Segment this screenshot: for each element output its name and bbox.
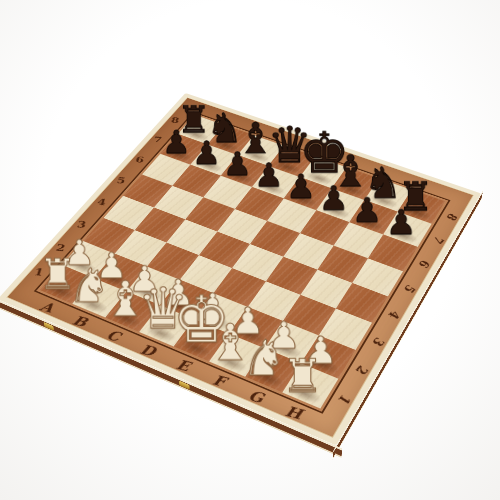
chess-board: ABCDEFGH 87654321 87654321 ♜♞♝♛♚♝♞♜♟♟♟♟♟…	[0, 93, 481, 446]
black-pawn[interactable]: ♟	[220, 148, 255, 180]
black-pawn[interactable]: ♟	[349, 193, 386, 227]
white-knight[interactable]: ♞	[244, 333, 286, 382]
black-pawn[interactable]: ♟	[316, 182, 352, 215]
photo-backdrop: ABCDEFGH 87654321 87654321 ♜♞♝♛♚♝♞♜♟♟♟♟♟…	[0, 0, 500, 500]
black-pawn[interactable]: ♟	[383, 205, 420, 239]
black-pawn[interactable]: ♟	[283, 170, 319, 203]
black-pawn[interactable]: ♟	[251, 159, 287, 192]
white-rook[interactable]: ♜	[281, 352, 323, 398]
